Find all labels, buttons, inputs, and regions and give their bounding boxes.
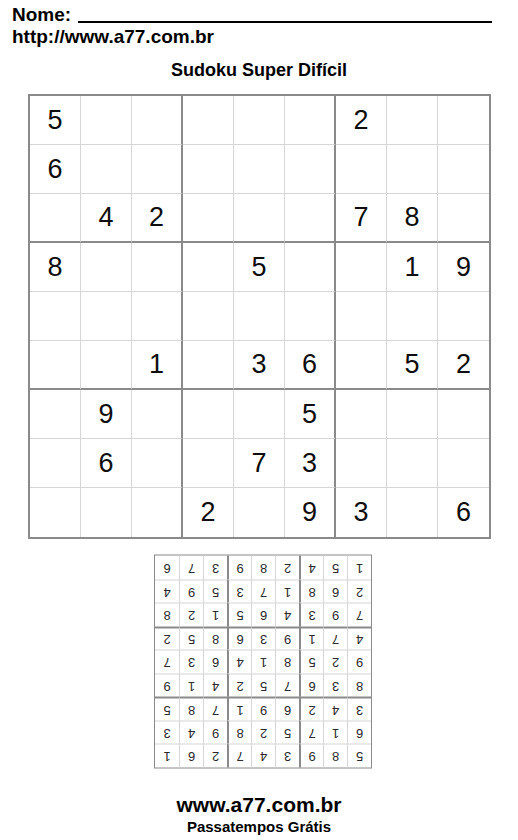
sudoku-cell[interactable] <box>30 390 81 439</box>
sudoku-cell: 8 <box>203 627 227 651</box>
sudoku-cell: 3 <box>347 697 371 721</box>
sudoku-cell: 9 <box>251 697 275 721</box>
sudoku-cell: 4 <box>179 721 203 745</box>
sudoku-cell: 4 <box>227 650 251 674</box>
sudoku-cell[interactable] <box>234 390 285 439</box>
sudoku-cell[interactable]: 5 <box>285 390 336 439</box>
sudoku-cell: 4 <box>155 580 179 604</box>
sudoku-cell[interactable] <box>81 243 132 292</box>
sudoku-cell: 2 <box>203 744 227 768</box>
sudoku-cell[interactable] <box>30 439 81 488</box>
sudoku-cell[interactable] <box>336 439 387 488</box>
sudoku-cell[interactable] <box>183 243 234 292</box>
sudoku-cell: 4 <box>251 744 275 768</box>
sudoku-cell[interactable] <box>81 292 132 341</box>
name-underline <box>78 21 492 23</box>
sudoku-cell[interactable] <box>438 96 489 145</box>
sudoku-cell[interactable] <box>132 439 183 488</box>
sudoku-cell: 7 <box>323 627 347 651</box>
sudoku-cell: 4 <box>347 627 371 651</box>
sudoku-cell[interactable] <box>234 96 285 145</box>
sudoku-cell: 4 <box>203 674 227 698</box>
sudoku-cell[interactable] <box>336 341 387 390</box>
sudoku-cell[interactable]: 8 <box>30 243 81 292</box>
sudoku-cell[interactable]: 2 <box>336 96 387 145</box>
sudoku-cell: 4 <box>299 556 323 580</box>
sudoku-cell[interactable]: 9 <box>81 390 132 439</box>
sudoku-cell: 7 <box>227 744 251 768</box>
sudoku-cell: 1 <box>275 580 299 604</box>
sudoku-cell[interactable] <box>285 243 336 292</box>
puzzle-title: Sudoku Super Difícil <box>0 60 518 81</box>
sudoku-cell[interactable] <box>234 488 285 537</box>
sudoku-cell: 2 <box>227 674 251 698</box>
sudoku-cell[interactable] <box>234 292 285 341</box>
sudoku-cell[interactable] <box>81 96 132 145</box>
sudoku-cell[interactable]: 6 <box>30 145 81 194</box>
sudoku-cell[interactable]: 1 <box>132 341 183 390</box>
sudoku-cell: 3 <box>251 627 275 651</box>
sudoku-cell[interactable] <box>132 292 183 341</box>
sudoku-cell: 8 <box>347 674 371 698</box>
sudoku-cell: 6 <box>299 674 323 698</box>
sudoku-cell: 5 <box>347 744 371 768</box>
sudoku-cell[interactable]: 6 <box>438 488 489 537</box>
sudoku-cell[interactable] <box>183 341 234 390</box>
sudoku-cell: 1 <box>323 721 347 745</box>
sudoku-cell[interactable]: 5 <box>234 243 285 292</box>
sudoku-cell[interactable] <box>336 145 387 194</box>
sudoku-cell: 7 <box>251 580 275 604</box>
sudoku-cell: 1 <box>203 603 227 627</box>
sudoku-cell: 9 <box>323 603 347 627</box>
sudoku-cell: 6 <box>347 721 371 745</box>
sudoku-cell: 2 <box>323 650 347 674</box>
sudoku-cell[interactable] <box>336 243 387 292</box>
sudoku-cell[interactable] <box>285 145 336 194</box>
sudoku-cell[interactable] <box>438 292 489 341</box>
sudoku-cell: 6 <box>203 650 227 674</box>
sudoku-cell[interactable] <box>387 145 438 194</box>
sudoku-cell[interactable]: 5 <box>30 96 81 145</box>
sudoku-cell: 4 <box>275 603 299 627</box>
sudoku-solution-board: 5893472616175289433426917858367524199258… <box>154 555 372 769</box>
sudoku-cell: 1 <box>155 744 179 768</box>
sudoku-cell: 3 <box>275 744 299 768</box>
sudoku-cell[interactable]: 9 <box>285 488 336 537</box>
sudoku-cell: 5 <box>203 580 227 604</box>
sudoku-cell: 7 <box>155 650 179 674</box>
sudoku-cell[interactable]: 3 <box>336 488 387 537</box>
sudoku-cell[interactable] <box>183 194 234 243</box>
sudoku-cell[interactable]: 2 <box>183 488 234 537</box>
sudoku-cell: 2 <box>251 721 275 745</box>
sudoku-cell: 7 <box>203 697 227 721</box>
sudoku-cell: 3 <box>227 580 251 604</box>
sudoku-cell: 9 <box>203 721 227 745</box>
sudoku-cell: 7 <box>275 674 299 698</box>
sudoku-cell: 9 <box>179 580 203 604</box>
sudoku-cell[interactable] <box>285 194 336 243</box>
name-label: Nome: <box>12 5 71 25</box>
sudoku-cell[interactable] <box>132 243 183 292</box>
sudoku-cell[interactable]: 1 <box>387 243 438 292</box>
sudoku-cell: 2 <box>179 603 203 627</box>
sudoku-cell: 5 <box>227 603 251 627</box>
sudoku-cell: 9 <box>155 674 179 698</box>
sudoku-cell[interactable]: 6 <box>81 439 132 488</box>
sudoku-puzzle-board: 5264278851913652956732936 <box>28 94 491 539</box>
sudoku-cell: 6 <box>275 697 299 721</box>
sudoku-cell: 3 <box>155 721 179 745</box>
footer-site-url: www.a77.com.br <box>0 793 518 817</box>
sudoku-cell: 1 <box>179 674 203 698</box>
sudoku-cell[interactable] <box>183 292 234 341</box>
sudoku-cell: 8 <box>251 556 275 580</box>
sudoku-cell[interactable] <box>387 292 438 341</box>
sudoku-cell[interactable] <box>387 439 438 488</box>
sudoku-cell: 9 <box>227 556 251 580</box>
sudoku-cell: 1 <box>347 556 371 580</box>
sudoku-cell[interactable]: 9 <box>438 243 489 292</box>
sudoku-cell[interactable] <box>132 390 183 439</box>
sudoku-cell: 8 <box>275 650 299 674</box>
sudoku-cell: 6 <box>227 627 251 651</box>
sudoku-worksheet-page: Nome: http://www.a77.com.br Sudoku Super… <box>0 0 518 840</box>
sudoku-cell: 8 <box>179 697 203 721</box>
sudoku-cell[interactable]: 5 <box>387 341 438 390</box>
sudoku-cell[interactable] <box>81 145 132 194</box>
sudoku-cell[interactable]: 6 <box>285 341 336 390</box>
sudoku-cell[interactable] <box>387 96 438 145</box>
sudoku-cell: 3 <box>323 674 347 698</box>
sudoku-cell: 5 <box>155 697 179 721</box>
sudoku-cell: 5 <box>275 721 299 745</box>
sudoku-cell: 5 <box>299 650 323 674</box>
sudoku-cell: 2 <box>299 697 323 721</box>
sudoku-cell: 2 <box>155 627 179 651</box>
sudoku-cell[interactable] <box>183 145 234 194</box>
sudoku-cell: 7 <box>299 721 323 745</box>
sudoku-cell: 2 <box>347 580 371 604</box>
sudoku-cell[interactable] <box>183 96 234 145</box>
sudoku-cell: 8 <box>227 721 251 745</box>
sudoku-cell: 4 <box>323 697 347 721</box>
sudoku-cell[interactable] <box>81 341 132 390</box>
sudoku-cell[interactable] <box>183 390 234 439</box>
sudoku-cell: 3 <box>203 556 227 580</box>
sudoku-cell: 9 <box>299 744 323 768</box>
sudoku-cell[interactable] <box>30 488 81 537</box>
sudoku-cell: 1 <box>299 627 323 651</box>
sudoku-cell[interactable] <box>132 488 183 537</box>
sudoku-cell[interactable]: 7 <box>336 194 387 243</box>
sudoku-cell[interactable] <box>234 145 285 194</box>
sudoku-cell[interactable] <box>30 194 81 243</box>
sudoku-cell: 8 <box>155 603 179 627</box>
sudoku-cell[interactable]: 2 <box>132 194 183 243</box>
sudoku-cell: 8 <box>299 580 323 604</box>
sudoku-cell[interactable] <box>387 390 438 439</box>
sudoku-cell: 6 <box>179 744 203 768</box>
header-site-url: http://www.a77.com.br <box>12 26 214 48</box>
sudoku-cell[interactable]: 3 <box>234 341 285 390</box>
sudoku-cell: 5 <box>179 627 203 651</box>
sudoku-cell[interactable] <box>132 145 183 194</box>
sudoku-cell: 9 <box>275 627 299 651</box>
sudoku-cell[interactable]: 7 <box>234 439 285 488</box>
sudoku-cell: 1 <box>227 697 251 721</box>
sudoku-cell[interactable]: 4 <box>81 194 132 243</box>
sudoku-cell[interactable]: 8 <box>387 194 438 243</box>
sudoku-cell[interactable] <box>438 194 489 243</box>
sudoku-cell[interactable] <box>183 439 234 488</box>
sudoku-cell: 3 <box>299 603 323 627</box>
sudoku-cell: 7 <box>347 603 371 627</box>
sudoku-cell[interactable] <box>234 194 285 243</box>
sudoku-cell: 6 <box>251 603 275 627</box>
sudoku-cell[interactable] <box>336 292 387 341</box>
sudoku-cell[interactable]: 3 <box>285 439 336 488</box>
sudoku-cell: 5 <box>323 556 347 580</box>
sudoku-cell: 6 <box>323 580 347 604</box>
sudoku-cell[interactable] <box>438 439 489 488</box>
sudoku-cell[interactable] <box>387 488 438 537</box>
sudoku-cell[interactable] <box>30 292 81 341</box>
sudoku-cell[interactable] <box>438 390 489 439</box>
sudoku-cell: 3 <box>179 650 203 674</box>
sudoku-cell: 9 <box>347 650 371 674</box>
sudoku-cell[interactable]: 2 <box>438 341 489 390</box>
sudoku-cell[interactable] <box>285 96 336 145</box>
footer-tagline: Passatempos Grátis <box>0 818 518 835</box>
sudoku-cell[interactable] <box>285 292 336 341</box>
sudoku-cell: 5 <box>251 674 275 698</box>
sudoku-cell: 6 <box>155 556 179 580</box>
sudoku-cell[interactable] <box>132 96 183 145</box>
sudoku-cell[interactable] <box>438 145 489 194</box>
sudoku-cell[interactable] <box>81 488 132 537</box>
sudoku-cell: 2 <box>275 556 299 580</box>
sudoku-cell[interactable] <box>336 390 387 439</box>
sudoku-cell: 7 <box>179 556 203 580</box>
sudoku-cell: 8 <box>323 744 347 768</box>
sudoku-cell[interactable] <box>30 341 81 390</box>
sudoku-cell: 1 <box>251 650 275 674</box>
